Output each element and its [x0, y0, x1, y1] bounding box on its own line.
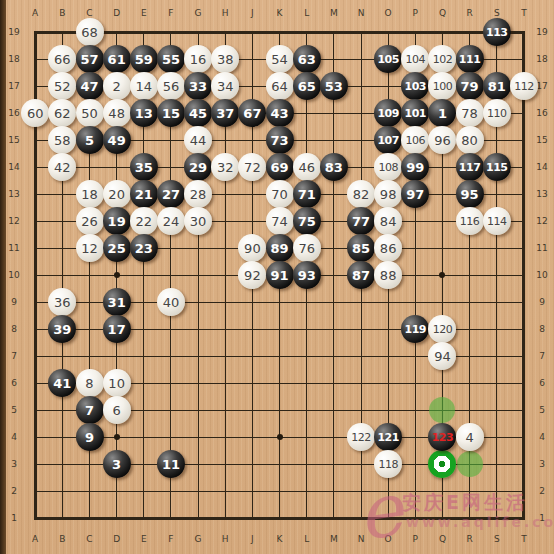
stone-black-49: 49 [103, 126, 131, 154]
stone-black-119: 119 [401, 315, 429, 343]
stone-number: 70 [271, 188, 288, 201]
stone-number: 22 [136, 215, 153, 228]
stone-black-67: 67 [238, 99, 266, 127]
column-label: O [385, 534, 392, 544]
column-label: D [113, 8, 120, 18]
stone-white-66: 66 [48, 45, 76, 73]
row-label: 8 [11, 324, 17, 334]
stone-black-87: 87 [347, 261, 375, 289]
stone-number: 65 [298, 80, 316, 93]
column-label: E [141, 8, 147, 18]
stone-white-82: 82 [347, 180, 375, 208]
column-label: B [59, 534, 65, 544]
stone-number: 46 [298, 161, 315, 174]
row-label: 2 [11, 486, 17, 496]
stone-white-64: 64 [266, 72, 294, 100]
stone-number: 121 [377, 432, 398, 443]
column-label: G [195, 8, 202, 18]
stone-number: 104 [406, 54, 426, 65]
stone-number: 105 [377, 54, 398, 65]
stone-white-84: 84 [374, 207, 402, 235]
stone-number: 63 [298, 53, 316, 66]
row-label: 7 [539, 351, 545, 361]
stone-black-45: 45 [184, 99, 212, 127]
stone-number: 95 [461, 188, 479, 201]
stone-number: 78 [461, 107, 478, 120]
stone-number: 6 [113, 404, 121, 417]
stone-number: 27 [162, 188, 180, 201]
stone-number: 52 [54, 80, 71, 93]
stone-black-95: 95 [456, 180, 484, 208]
column-label: A [32, 534, 38, 544]
stone-white-70: 70 [266, 180, 294, 208]
stone-white-18: 18 [76, 180, 104, 208]
stone-number: 54 [271, 53, 288, 66]
stone-number: 32 [217, 161, 234, 174]
stone-number: 61 [108, 53, 126, 66]
stone-number: 98 [380, 188, 397, 201]
stone-white-62: 62 [48, 99, 76, 127]
stone-white-44: 44 [184, 126, 212, 154]
stone-number: 92 [244, 269, 261, 282]
stone-black-11: 11 [157, 450, 185, 478]
stone-black-1: 1 [428, 99, 456, 127]
stone-black-3: 3 [103, 450, 131, 478]
stone-number: 80 [461, 134, 478, 147]
stone-number: 62 [54, 107, 71, 120]
stone-number: 14 [136, 80, 153, 93]
stone-black-13: 13 [130, 99, 158, 127]
stone-white-34: 34 [211, 72, 239, 100]
stone-white-116: 116 [456, 207, 484, 235]
row-label: 17 [8, 81, 19, 91]
stone-number: 36 [54, 296, 71, 309]
stone-black-29: 29 [184, 153, 212, 181]
stone-black-101: 101 [401, 99, 429, 127]
stone-black-97: 97 [401, 180, 429, 208]
stone-number: 74 [271, 215, 288, 228]
stone-black-17: 17 [103, 315, 131, 343]
column-label: G [195, 534, 202, 544]
stone-black-9: 9 [76, 423, 104, 451]
stone-number: 16 [190, 53, 207, 66]
row-label: 2 [539, 486, 545, 496]
column-label: R [466, 534, 472, 544]
stone-white-2: 2 [103, 72, 131, 100]
row-label: 13 [536, 189, 547, 199]
stone-number: 106 [406, 135, 426, 146]
stone-number: 102 [433, 54, 453, 65]
stone-number: 19 [108, 215, 126, 228]
star-point [114, 272, 120, 278]
stone-white-74: 74 [266, 207, 294, 235]
board-vertical-line [333, 31, 334, 520]
stone-number: 18 [81, 188, 98, 201]
stone-number: 7 [85, 404, 94, 417]
stone-number: 110 [487, 108, 507, 119]
stone-number: 4 [465, 431, 473, 444]
row-label: 19 [536, 27, 547, 37]
stone-number: 90 [244, 242, 261, 255]
stone-number: 56 [163, 80, 180, 93]
row-label: 18 [536, 54, 547, 64]
stone-number: 108 [378, 162, 398, 173]
stone-number: 30 [190, 215, 207, 228]
stone-number: 25 [108, 242, 126, 255]
stone-number: 43 [271, 107, 289, 120]
stone-white-92: 92 [238, 261, 266, 289]
column-label: C [86, 8, 92, 18]
stone-number: 103 [405, 81, 426, 92]
stone-number: 101 [405, 108, 426, 119]
stone-white-24: 24 [157, 207, 185, 235]
stone-black-43: 43 [266, 99, 294, 127]
stone-black-89: 89 [266, 234, 294, 262]
stone-number: 119 [405, 324, 426, 335]
stone-white-50: 50 [76, 99, 104, 127]
row-label: 15 [8, 135, 19, 145]
stone-white-46: 46 [293, 153, 321, 181]
stone-white-102: 102 [428, 45, 456, 73]
stone-number: 120 [433, 324, 453, 335]
column-label: L [304, 8, 309, 18]
row-label: 5 [11, 405, 17, 415]
column-label: Q [439, 8, 446, 18]
stone-black-79: 79 [456, 72, 484, 100]
stone-number: 79 [461, 80, 479, 93]
stone-black-33: 33 [184, 72, 212, 100]
row-label: 12 [536, 216, 547, 226]
stone-number: 100 [433, 81, 453, 92]
stone-number: 69 [271, 161, 289, 174]
stone-number: 15 [162, 107, 180, 120]
stone-white-54: 54 [266, 45, 294, 73]
stone-number: 96 [434, 134, 451, 147]
stone-black-69: 69 [266, 153, 294, 181]
stone-number: 23 [135, 242, 153, 255]
stone-white-58: 58 [48, 126, 76, 154]
stone-number: 68 [81, 26, 98, 39]
stone-number: 38 [217, 53, 234, 66]
stone-black-105: 105 [374, 45, 402, 73]
stone-number: 12 [81, 242, 98, 255]
stone-white-110: 110 [483, 99, 511, 127]
stone-number: 9 [85, 431, 94, 444]
board-vertical-line [522, 31, 525, 520]
stone-black-123: 123 [428, 423, 456, 451]
column-label: S [494, 534, 500, 544]
star-point [114, 434, 120, 440]
stone-white-12: 12 [76, 234, 104, 262]
stone-white-112: 112 [510, 72, 538, 100]
stone-number: 123 [432, 432, 453, 443]
stone-number: 35 [135, 161, 153, 174]
stone-black-7: 7 [76, 396, 104, 424]
stone-number: 3 [112, 458, 121, 471]
stone-black-91: 91 [266, 261, 294, 289]
stone-black-53: 53 [320, 72, 348, 100]
stone-white-16: 16 [184, 45, 212, 73]
stone-number: 13 [135, 107, 153, 120]
row-label: 12 [8, 216, 19, 226]
stone-number: 29 [189, 161, 207, 174]
row-label: 17 [536, 81, 547, 91]
stone-number: 50 [81, 107, 98, 120]
row-label: 9 [539, 297, 545, 307]
column-label: O [385, 8, 392, 18]
stone-number: 93 [298, 269, 316, 282]
stone-white-8: 8 [76, 369, 104, 397]
stone-number: 111 [459, 54, 480, 65]
row-label: 1 [11, 513, 17, 523]
column-label: K [277, 8, 283, 18]
stone-number: 112 [514, 81, 534, 92]
stone-white-106: 106 [401, 126, 429, 154]
row-label: 13 [8, 189, 19, 199]
stone-black-81: 81 [483, 72, 511, 100]
row-label: 19 [8, 27, 19, 37]
stone-black-99: 99 [401, 153, 429, 181]
stone-number: 83 [325, 161, 343, 174]
stone-number: 81 [488, 80, 506, 93]
stone-black-63: 63 [293, 45, 321, 73]
column-label: F [168, 534, 173, 544]
stone-white-22: 22 [130, 207, 158, 235]
row-label: 3 [539, 459, 545, 469]
stone-number: 84 [380, 215, 397, 228]
stone-number: 55 [162, 53, 180, 66]
watermark-text: 安庆E网生活 [402, 490, 528, 516]
stone-white-52: 52 [48, 72, 76, 100]
row-label: 6 [11, 378, 17, 388]
stone-number: 59 [135, 53, 153, 66]
stone-black-77: 77 [347, 207, 375, 235]
stone-black-55: 55 [157, 45, 185, 73]
stone-black-35: 35 [130, 153, 158, 181]
stone-number: 11 [162, 458, 180, 471]
column-label: H [222, 8, 229, 18]
stone-black-117: 117 [456, 153, 484, 181]
stone-white-78: 78 [456, 99, 484, 127]
stone-white-120: 120 [428, 315, 456, 343]
stone-number: 33 [189, 80, 207, 93]
stone-number: 82 [353, 188, 370, 201]
stone-number: 66 [54, 53, 71, 66]
stone-number: 73 [271, 134, 289, 147]
stone-white-76: 76 [293, 234, 321, 262]
stone-black-109: 109 [374, 99, 402, 127]
column-label: P [413, 8, 418, 18]
stone-number: 97 [406, 188, 424, 201]
stone-number: 8 [85, 377, 93, 390]
suggested-move-marker[interactable] [457, 451, 483, 477]
stone-white-118: 118 [374, 450, 402, 478]
column-label: T [521, 8, 527, 18]
column-label: S [494, 8, 500, 18]
stone-number: 44 [190, 134, 207, 147]
stone-number: 42 [54, 161, 71, 174]
column-label: B [59, 8, 65, 18]
stone-white-94: 94 [428, 342, 456, 370]
column-label: T [521, 534, 527, 544]
stone-black-121: 121 [374, 423, 402, 451]
stone-number: 47 [80, 80, 98, 93]
stone-number: 94 [434, 350, 451, 363]
stone-number: 118 [378, 459, 398, 470]
stone-white-14: 14 [130, 72, 158, 100]
row-label: 14 [536, 162, 547, 172]
stone-black-85: 85 [347, 234, 375, 262]
stone-white-96: 96 [428, 126, 456, 154]
stone-black-37: 37 [211, 99, 239, 127]
suggested-move-marker[interactable] [429, 397, 455, 423]
stone-number: 1 [438, 107, 447, 120]
row-label: 18 [8, 54, 19, 64]
stone-number: 45 [189, 107, 207, 120]
row-label: 3 [11, 459, 17, 469]
column-label: J [251, 534, 254, 544]
row-label: 16 [536, 108, 547, 118]
stone-white-42: 42 [48, 153, 76, 181]
stone-black-57: 57 [76, 45, 104, 73]
stone-white-28: 28 [184, 180, 212, 208]
stone-black-75: 75 [293, 207, 321, 235]
row-label: 10 [536, 270, 547, 280]
stone-number: 99 [406, 161, 424, 174]
stone-white-36: 36 [48, 288, 76, 316]
stone-number: 53 [325, 80, 343, 93]
stone-number: 49 [108, 134, 126, 147]
stone-number: 40 [163, 296, 180, 309]
stone-white-86: 86 [374, 234, 402, 262]
stone-white-48: 48 [103, 99, 131, 127]
stone-white-114: 114 [483, 207, 511, 235]
stone-number: 31 [108, 296, 126, 309]
stone-black-25: 25 [103, 234, 131, 262]
stone-white-122: 122 [347, 423, 375, 451]
stone-number: 5 [85, 134, 94, 147]
stone-number: 39 [53, 323, 71, 336]
stone-black-115: 115 [483, 153, 511, 181]
row-label: 4 [539, 432, 545, 442]
row-label: 10 [8, 270, 19, 280]
row-label: 5 [539, 405, 545, 415]
stone-number: 21 [135, 188, 153, 201]
stone-black-19: 19 [103, 207, 131, 235]
stone-white-98: 98 [374, 180, 402, 208]
column-label: P [413, 534, 418, 544]
stone-number: 122 [351, 432, 371, 443]
column-label: Q [439, 534, 446, 544]
stone-number: 116 [460, 216, 480, 227]
stone-number: 72 [244, 161, 261, 174]
stone-black-59: 59 [130, 45, 158, 73]
stone-black-73: 73 [266, 126, 294, 154]
stone-white-20: 20 [103, 180, 131, 208]
stone-number: 86 [380, 242, 397, 255]
stone-black-83: 83 [320, 153, 348, 181]
stone-white-104: 104 [401, 45, 429, 73]
column-label: K [277, 534, 283, 544]
stone-black-107: 107 [374, 126, 402, 154]
stone-number: 109 [377, 108, 398, 119]
row-label: 9 [11, 297, 17, 307]
star-point [277, 434, 283, 440]
row-label: 11 [536, 243, 547, 253]
stone-number: 71 [298, 188, 316, 201]
stone-black-21: 21 [130, 180, 158, 208]
stone-number: 85 [352, 242, 370, 255]
stone-black-5: 5 [76, 126, 104, 154]
column-label: R [466, 8, 472, 18]
stone-number: 88 [380, 269, 397, 282]
column-label: L [304, 534, 309, 544]
stone-black-15: 15 [157, 99, 185, 127]
row-label: 15 [536, 135, 547, 145]
stone-white-26: 26 [76, 207, 104, 235]
answer-ring-marker[interactable] [428, 450, 456, 478]
go-board-screenshot: AABBCCDDEEFFGGHHJJKKLLMMNNOOPPQQRRSSTT19… [0, 0, 554, 554]
stone-number: 67 [243, 107, 261, 120]
stone-number: 113 [486, 27, 507, 38]
stone-white-80: 80 [456, 126, 484, 154]
stone-white-90: 90 [238, 234, 266, 262]
stone-number: 57 [80, 53, 98, 66]
star-point [439, 272, 445, 278]
stone-black-93: 93 [293, 261, 321, 289]
stone-white-56: 56 [157, 72, 185, 100]
board-left-edge-shadow [0, 0, 6, 554]
row-label: 8 [539, 324, 545, 334]
stone-number: 75 [298, 215, 316, 228]
column-label: D [113, 534, 120, 544]
column-label: A [32, 8, 38, 18]
stone-number: 10 [108, 377, 125, 390]
stone-white-108: 108 [374, 153, 402, 181]
board-horizontal-line [34, 517, 526, 520]
stone-black-71: 71 [293, 180, 321, 208]
stone-number: 48 [108, 107, 125, 120]
stone-number: 58 [54, 134, 71, 147]
stone-number: 28 [190, 188, 207, 201]
stone-white-72: 72 [238, 153, 266, 181]
column-label: F [168, 8, 173, 18]
stone-number: 115 [486, 162, 507, 173]
stone-number: 91 [271, 269, 289, 282]
column-label: C [86, 534, 92, 544]
stone-number: 114 [487, 216, 507, 227]
stone-number: 17 [108, 323, 126, 336]
stone-number: 20 [108, 188, 125, 201]
stone-black-113: 113 [483, 18, 511, 46]
stone-number: 89 [271, 242, 289, 255]
stone-black-39: 39 [48, 315, 76, 343]
stone-number: 87 [352, 269, 370, 282]
stone-number: 60 [27, 107, 44, 120]
stone-white-32: 32 [211, 153, 239, 181]
row-label: 11 [8, 243, 19, 253]
row-label: 4 [11, 432, 17, 442]
stone-number: 76 [298, 242, 315, 255]
stone-number: 2 [113, 80, 121, 93]
row-label: 16 [8, 108, 19, 118]
stone-black-65: 65 [293, 72, 321, 100]
stone-white-40: 40 [157, 288, 185, 316]
stone-black-31: 31 [103, 288, 131, 316]
stone-white-10: 10 [103, 369, 131, 397]
column-label: N [358, 534, 365, 544]
column-label: M [330, 534, 338, 544]
